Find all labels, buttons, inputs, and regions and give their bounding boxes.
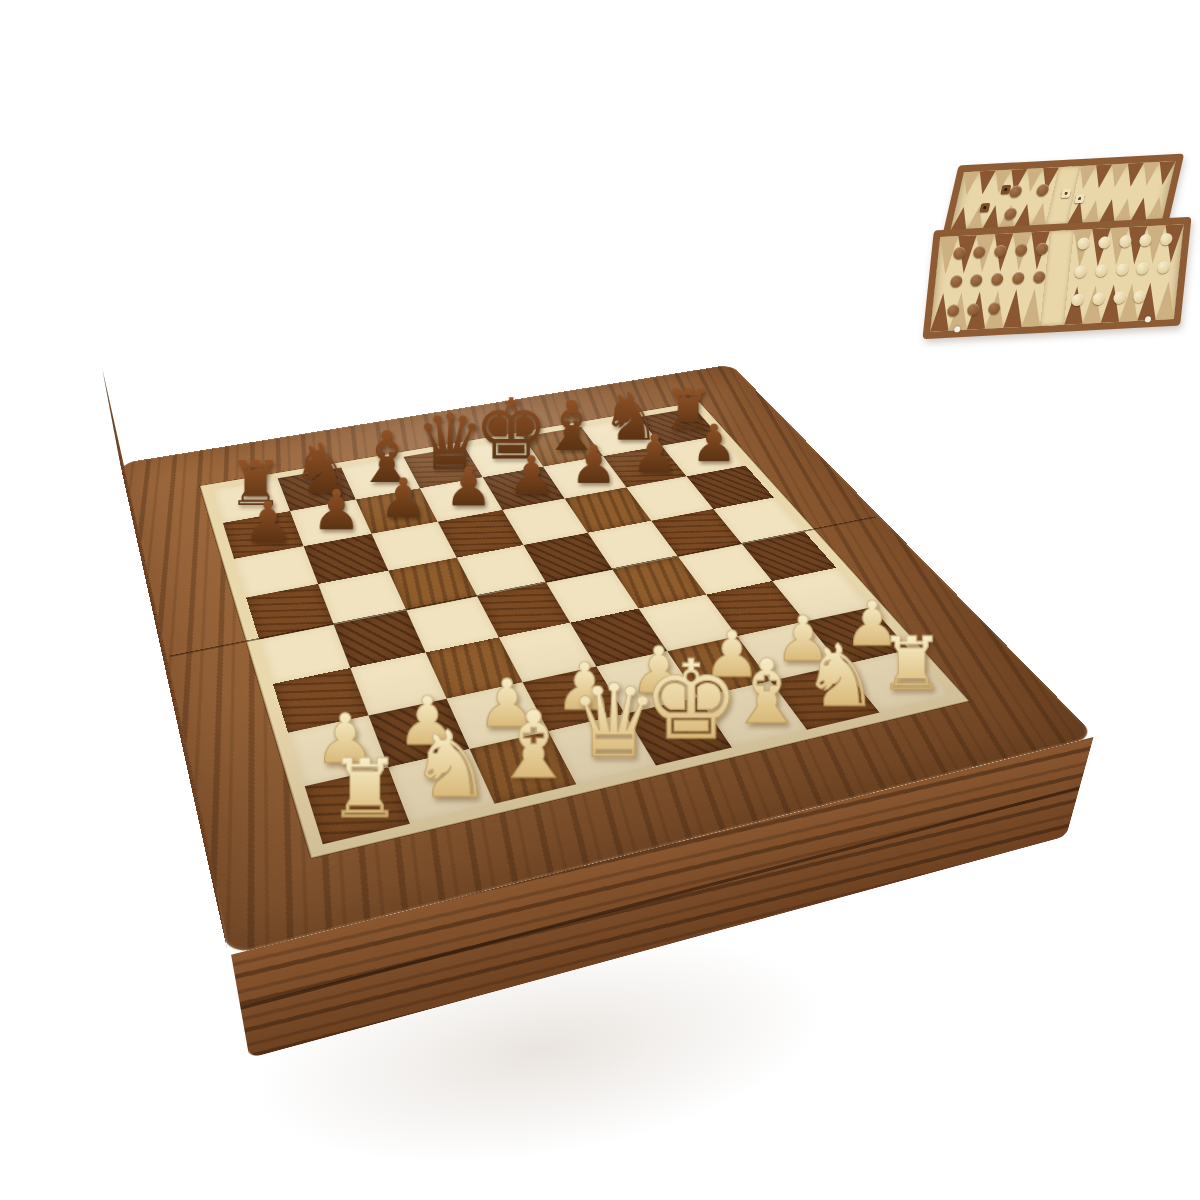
white-rook: ♜ [879, 630, 945, 700]
black-pawn: ♟ [243, 496, 293, 549]
backgammon-point [1146, 196, 1167, 220]
white-rook: ♜ [328, 752, 401, 829]
white-bishop: ♝ [491, 701, 575, 790]
backgammon-point [1082, 285, 1104, 324]
black-pawn: ♟ [631, 429, 678, 479]
white-queen: ♛ [568, 674, 659, 770]
backgammon-point [1156, 281, 1178, 320]
black-pawn: ♟ [570, 440, 617, 490]
black-pawn: ♟ [508, 451, 556, 502]
black-pawn: ♟ [444, 461, 493, 512]
backgammon-inset-photo [916, 154, 1200, 349]
hinge-dot [954, 326, 961, 332]
backgammon-point [1003, 289, 1025, 328]
hinge-dot [1144, 316, 1151, 322]
product-photo: ♜♞♝♛♚♝♞♜♟♟♟♟♟♟♟♟♟♟♟♟♟♟♟♟♜♞♝♛♚♝♞♜ [0, 0, 1200, 1200]
backgammon-tray-near [922, 217, 1191, 339]
board-border-strip: ♜♞♝♛♚♝♞♜♟♟♟♟♟♟♟♟♟♟♟♟♟♟♟♟♜♞♝♛♚♝♞♜ [200, 402, 969, 858]
black-pawn: ♟ [311, 484, 361, 537]
black-pawn: ♟ [379, 473, 428, 525]
folding-chess-box: ♜♞♝♛♚♝♞♜♟♟♟♟♟♟♟♟♟♟♟♟♟♟♟♟♜♞♝♛♚♝♞♜ [120, 364, 1096, 955]
square-a1: ♜ [305, 767, 410, 844]
white-knight: ♞ [802, 635, 879, 716]
white-knight: ♞ [409, 721, 492, 809]
black-pawn: ♟ [691, 419, 737, 468]
backgammon-point [959, 171, 980, 195]
